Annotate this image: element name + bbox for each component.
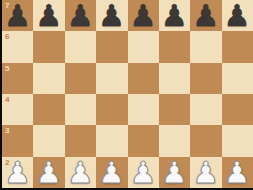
square-c7[interactable]: ♟: [65, 0, 96, 31]
white-pawn[interactable]: ♟: [192, 157, 219, 188]
chess-app-screen: 7♟♟♟♟♟♟♟♟65432♟♟♟♟♟♟♟♟: [0, 0, 253, 190]
square-g6[interactable]: [190, 31, 221, 62]
square-c5[interactable]: [65, 63, 96, 94]
square-g5[interactable]: [190, 63, 221, 94]
square-d5[interactable]: [96, 63, 127, 94]
square-c2[interactable]: ♟: [65, 157, 96, 188]
white-pawn[interactable]: ♟: [224, 157, 251, 188]
black-pawn[interactable]: ♟: [98, 0, 125, 31]
square-b5[interactable]: [33, 63, 64, 94]
square-h2[interactable]: ♟: [222, 157, 253, 188]
square-b4[interactable]: [33, 94, 64, 125]
black-pawn[interactable]: ♟: [161, 0, 188, 31]
white-pawn[interactable]: ♟: [36, 157, 63, 188]
square-b6[interactable]: [33, 31, 64, 62]
square-b3[interactable]: [33, 125, 64, 156]
square-e3[interactable]: [128, 125, 159, 156]
square-e6[interactable]: [128, 31, 159, 62]
black-pawn[interactable]: ♟: [224, 0, 251, 31]
square-b2[interactable]: ♟: [33, 157, 64, 188]
square-a2[interactable]: 2♟: [2, 157, 33, 188]
square-d4[interactable]: [96, 94, 127, 125]
square-e4[interactable]: [128, 94, 159, 125]
square-e5[interactable]: [128, 63, 159, 94]
square-h4[interactable]: [222, 94, 253, 125]
square-f2[interactable]: ♟: [159, 157, 190, 188]
white-pawn[interactable]: ♟: [161, 157, 188, 188]
square-c6[interactable]: [65, 31, 96, 62]
black-pawn[interactable]: ♟: [4, 0, 31, 31]
white-pawn[interactable]: ♟: [130, 157, 157, 188]
square-d6[interactable]: [96, 31, 127, 62]
square-e2[interactable]: ♟: [128, 157, 159, 188]
square-d7[interactable]: ♟: [96, 0, 127, 31]
square-h5[interactable]: [222, 63, 253, 94]
square-a5[interactable]: 5: [2, 63, 33, 94]
black-pawn[interactable]: ♟: [192, 0, 219, 31]
square-g2[interactable]: ♟: [190, 157, 221, 188]
square-d3[interactable]: [96, 125, 127, 156]
square-h6[interactable]: [222, 31, 253, 62]
black-pawn[interactable]: ♟: [36, 0, 63, 31]
square-a3[interactable]: 3: [2, 125, 33, 156]
chess-board: 7♟♟♟♟♟♟♟♟65432♟♟♟♟♟♟♟♟: [2, 0, 253, 188]
rank-label-5: 5: [5, 64, 9, 73]
square-a7[interactable]: 7♟: [2, 0, 33, 31]
square-f4[interactable]: [159, 94, 190, 125]
square-h7[interactable]: ♟: [222, 0, 253, 31]
black-pawn[interactable]: ♟: [130, 0, 157, 31]
square-e7[interactable]: ♟: [128, 0, 159, 31]
square-f3[interactable]: [159, 125, 190, 156]
square-f7[interactable]: ♟: [159, 0, 190, 31]
square-c3[interactable]: [65, 125, 96, 156]
rank-label-3: 3: [5, 126, 9, 135]
square-f6[interactable]: [159, 31, 190, 62]
rank-label-4: 4: [5, 95, 9, 104]
square-g3[interactable]: [190, 125, 221, 156]
square-g4[interactable]: [190, 94, 221, 125]
square-a4[interactable]: 4: [2, 94, 33, 125]
black-pawn[interactable]: ♟: [67, 0, 94, 31]
rank-label-6: 6: [5, 32, 9, 41]
square-d2[interactable]: ♟: [96, 157, 127, 188]
white-pawn[interactable]: ♟: [98, 157, 125, 188]
square-h3[interactable]: [222, 125, 253, 156]
square-b7[interactable]: ♟: [33, 0, 64, 31]
square-f5[interactable]: [159, 63, 190, 94]
square-a6[interactable]: 6: [2, 31, 33, 62]
white-pawn[interactable]: ♟: [4, 157, 31, 188]
white-pawn[interactable]: ♟: [67, 157, 94, 188]
square-g7[interactable]: ♟: [190, 0, 221, 31]
square-c4[interactable]: [65, 94, 96, 125]
